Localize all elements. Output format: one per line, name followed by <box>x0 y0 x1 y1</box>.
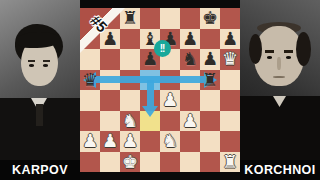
square-e7: ♟ <box>160 29 180 50</box>
korchnoi-brow <box>265 50 274 53</box>
piece-white-r-h1: ♜ <box>222 153 238 171</box>
square-f5 <box>180 70 200 91</box>
square-b4 <box>100 90 120 111</box>
piece-black-p-b7: ♟ <box>102 30 118 48</box>
square-c8: ♜ <box>120 8 140 29</box>
square-h2 <box>220 131 240 152</box>
thumbnail: { "game": "chess", "badge": { "number": … <box>0 0 320 180</box>
square-f7: ♟ <box>180 29 200 50</box>
square-e6 <box>160 49 180 70</box>
square-g6: ♟ <box>200 49 220 70</box>
piece-black-p-g6: ♟ <box>202 50 218 68</box>
piece-white-n-c3: ♞ <box>122 112 138 130</box>
name-bar-white: KARPOV <box>0 160 80 180</box>
photo-korchnoi <box>240 0 320 160</box>
korchnoi-hair-side <box>296 32 311 66</box>
square-e1 <box>160 152 180 173</box>
square-d1 <box>140 152 160 173</box>
korchnoi-eye <box>286 56 291 59</box>
korchnoi-nose <box>277 57 281 70</box>
piece-black-k-g8: ♚ <box>202 9 218 27</box>
square-f4 <box>180 90 200 111</box>
piece-white-k-c1: ♚ <box>122 153 138 171</box>
square-b2: ♟ <box>100 131 120 152</box>
square-e4: ♟ <box>160 90 180 111</box>
piece-white-n-e2: ♞ <box>162 132 178 150</box>
square-a3 <box>80 111 100 132</box>
square-h4 <box>220 90 240 111</box>
piece-black-p-d6: ♟ <box>142 50 158 68</box>
karpov-brow <box>43 60 50 62</box>
piece-black-q-a5: ♛ <box>82 71 98 89</box>
square-e2: ♞ <box>160 131 180 152</box>
square-h6: ♛ <box>220 49 240 70</box>
square-a8 <box>80 8 100 29</box>
square-d7: ♝ <box>140 29 160 50</box>
korchnoi-eye <box>267 56 272 59</box>
square-b5 <box>100 70 120 91</box>
white-player-label: KARPOV <box>12 163 68 177</box>
square-e3 <box>160 111 180 132</box>
square-a4 <box>80 90 100 111</box>
korchnoi-hair-side <box>249 34 262 64</box>
karpov-tie <box>36 104 43 126</box>
square-c4 <box>120 90 140 111</box>
square-c6 <box>120 49 140 70</box>
square-b7: ♟ <box>100 29 120 50</box>
square-f2 <box>180 131 200 152</box>
piece-white-p-e4: ♟ <box>162 91 178 109</box>
square-g2 <box>200 131 220 152</box>
square-g8: ♚ <box>200 8 220 29</box>
piece-black-p-h7: ♟ <box>222 30 238 48</box>
square-c3: ♞ <box>120 111 140 132</box>
piece-black-p-f7: ♟ <box>182 30 198 48</box>
square-d8 <box>140 8 160 29</box>
piece-black-r-g5: ♜ <box>202 71 218 89</box>
piece-black-r-c8: ♜ <box>122 9 138 27</box>
square-d2 <box>140 131 160 152</box>
piece-white-p-f3: ♟ <box>182 112 198 130</box>
karpov-eye <box>29 64 34 67</box>
square-a2: ♟ <box>80 131 100 152</box>
square-f3: ♟ <box>180 111 200 132</box>
square-c1: ♚ <box>120 152 140 173</box>
square-b8 <box>100 8 120 29</box>
piece-black-p-e7: ♟ <box>162 30 178 48</box>
square-g7 <box>200 29 220 50</box>
black-player-label: KORCHNOI <box>244 163 315 177</box>
piece-black-n-f6: ♞ <box>182 50 198 68</box>
karpov-eye <box>43 64 48 67</box>
piece-white-p-a2: ♟ <box>82 132 98 150</box>
square-b6 <box>100 49 120 70</box>
square-e5 <box>160 70 180 91</box>
korchnoi-mouth <box>273 76 285 78</box>
piece-white-p-c2: ♟ <box>122 132 138 150</box>
piece-black-b-d7: ♝ <box>142 30 158 48</box>
square-h1: ♜ <box>220 152 240 173</box>
chess-board: ♜♚♟♝♟♟♟♟♞♟♛♛♜♟♞♟♟♟♟♞♚♜ <box>80 8 240 172</box>
square-d4 <box>140 90 160 111</box>
square-g5: ♜ <box>200 70 220 91</box>
piece-white-p-b2: ♟ <box>102 132 118 150</box>
name-bar-black: KORCHNOI <box>240 160 320 180</box>
square-d5 <box>140 70 160 91</box>
square-c7 <box>120 29 140 50</box>
square-f1 <box>180 152 200 173</box>
square-h3 <box>220 111 240 132</box>
square-d3 <box>140 111 160 132</box>
square-g3 <box>200 111 220 132</box>
piece-white-q-h6: ♛ <box>222 50 238 68</box>
karpov-brow <box>28 60 35 62</box>
square-g4 <box>200 90 220 111</box>
square-c5 <box>120 70 140 91</box>
square-a6 <box>80 49 100 70</box>
square-a5: ♛ <box>80 70 100 91</box>
square-h5 <box>220 70 240 91</box>
square-d6: ♟ <box>140 49 160 70</box>
square-b3 <box>100 111 120 132</box>
square-f8 <box>180 8 200 29</box>
photo-karpov <box>0 0 80 160</box>
square-e8 <box>160 8 180 29</box>
square-h8 <box>220 8 240 29</box>
korchnoi-brow <box>284 50 293 53</box>
square-h7: ♟ <box>220 29 240 50</box>
square-a1 <box>80 152 100 173</box>
square-f6: ♞ <box>180 49 200 70</box>
square-c2: ♟ <box>120 131 140 152</box>
square-b1 <box>100 152 120 173</box>
square-g1 <box>200 152 220 173</box>
square-a7 <box>80 29 100 50</box>
